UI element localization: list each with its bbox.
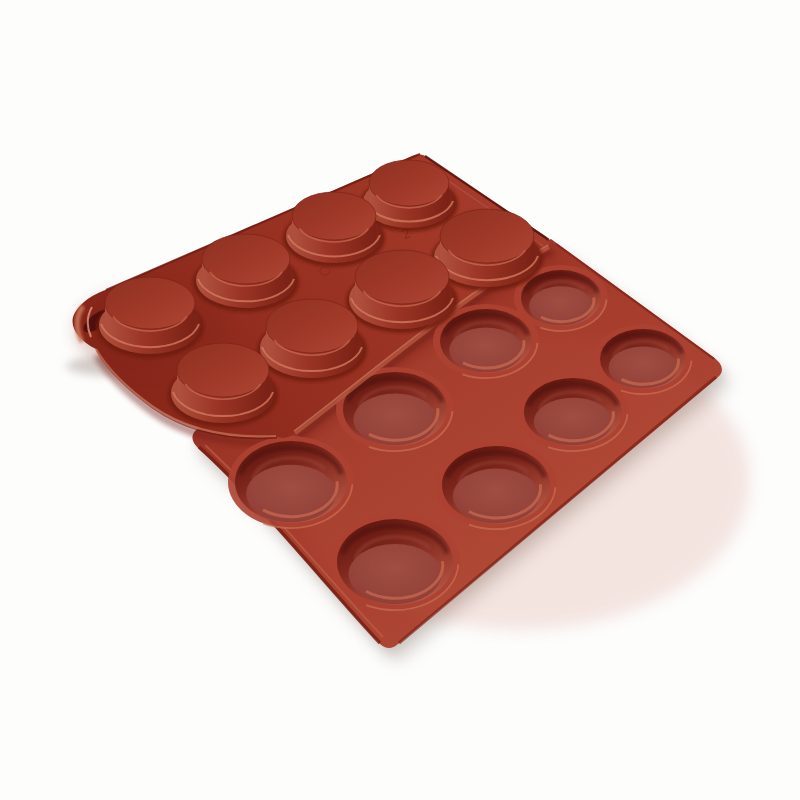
- cavity-floor: [609, 346, 678, 388]
- silicone-mold-photo: 2: [0, 0, 800, 800]
- cavity-floor: [246, 465, 336, 522]
- recessed-cavity: [517, 373, 629, 451]
- raised-back: [283, 192, 385, 267]
- cavity-floor: [534, 398, 612, 446]
- raised-back: [168, 343, 278, 427]
- raised-back: [193, 234, 299, 312]
- photo-stage: 2: [0, 0, 800, 800]
- cavity-floor: [349, 544, 442, 604]
- recessed-cavity: [435, 441, 557, 529]
- cavity-floor: [449, 328, 523, 373]
- recessed-cavity: [330, 514, 460, 610]
- cavity-floor: [453, 469, 539, 524]
- raised-back: [257, 299, 367, 382]
- cavity-floor: [353, 393, 436, 445]
- raised-back: [346, 250, 458, 333]
- recessed-cavity: [228, 436, 354, 528]
- cavity-floor: [529, 286, 593, 325]
- raised-back: [96, 277, 204, 358]
